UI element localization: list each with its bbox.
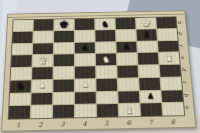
square-c1: ♞ [10, 80, 31, 92]
square-g4 [75, 30, 95, 41]
square-a7 [141, 103, 163, 116]
piece-white-king-h7: ♚ [141, 18, 152, 28]
file-label-e: e [179, 56, 185, 59]
file-label-d: d [181, 68, 187, 71]
square-h6 [116, 18, 136, 29]
square-a1 [9, 106, 31, 119]
file-label-h: h [176, 20, 182, 23]
square-h4 [75, 19, 95, 30]
square-g1 [12, 31, 32, 42]
square-b5 [97, 91, 118, 103]
rank-label-5: 5 [105, 119, 109, 127]
file-label-f: f [178, 44, 184, 46]
square-b2 [31, 92, 52, 105]
piece-black-pawn-f4: ♟ [81, 44, 88, 51]
piece-black-king-h3: ♚ [59, 19, 69, 29]
piece-black-pawn-f6: ♟ [123, 43, 130, 50]
square-c6 [118, 78, 139, 90]
square-f4: ♟ [75, 42, 95, 54]
square-f3 [54, 42, 74, 54]
piece-white-knight-e5: ♞ [102, 55, 110, 64]
rank-label-2: 2 [38, 121, 42, 129]
piece-black-knight-h5: ♞ [101, 20, 109, 28]
square-d7 [138, 65, 159, 77]
piece-white-pawn-c2: ♟ [39, 82, 46, 90]
piece-white-bishop-a6: ♝ [125, 105, 134, 115]
square-f1 [12, 43, 32, 55]
square-e6 [117, 53, 138, 65]
square-c2: ♟ [32, 80, 53, 92]
piece-white-queen-e2: ♛ [38, 56, 48, 66]
square-g6 [116, 29, 136, 40]
piece-black-pawn-b7: ♟ [147, 93, 155, 101]
board-grid: ♚♞♚♝♟♟♛♞♜♞♟♟♟♝ [8, 16, 186, 119]
rank-label-6: 6 [126, 119, 131, 127]
square-b7: ♟ [140, 90, 161, 102]
square-e1 [11, 55, 32, 67]
square-d6 [117, 66, 138, 78]
square-d3 [53, 67, 73, 79]
square-d2 [32, 67, 53, 79]
square-b3 [53, 92, 74, 105]
square-f7 [137, 41, 158, 53]
rank-label-7: 7 [148, 118, 153, 126]
photo-scene: ♚♞♚♝♟♟♛♞♜♞♟♟♟♝ 12345678 abcdefgh [0, 0, 200, 133]
square-h5: ♞ [95, 18, 115, 29]
square-a3 [53, 105, 74, 118]
chess-board: ♚♞♚♝♟♟♛♞♜♞♟♟♟♝ 12345678 abcdefgh [1, 10, 199, 133]
square-h2 [34, 19, 54, 30]
square-e3 [54, 54, 74, 66]
piece-black-knight-c1: ♞ [16, 82, 25, 91]
file-label-c: c [182, 80, 188, 83]
square-h7: ♚ [136, 18, 156, 29]
square-a5 [97, 104, 118, 117]
square-g7: ♝ [137, 29, 157, 40]
square-d1 [11, 68, 32, 80]
rank-label-1: 1 [16, 121, 21, 129]
square-g3 [54, 31, 74, 42]
square-e2: ♛ [32, 55, 52, 67]
piece-black-bishop-g7: ♝ [142, 30, 151, 39]
board-frame: ♚♞♚♝♟♟♛♞♜♞♟♟♟♝ 12345678 abcdefgh [1, 10, 196, 131]
file-label-b: b [183, 93, 189, 96]
rank-label-4: 4 [83, 120, 87, 128]
square-c5 [96, 78, 117, 90]
square-e7 [138, 53, 159, 65]
square-f6: ♟ [116, 41, 136, 53]
square-h3: ♚ [54, 19, 74, 30]
square-b1 [9, 93, 30, 106]
square-f2 [33, 43, 53, 55]
square-c3 [53, 79, 74, 91]
square-h1 [13, 20, 33, 31]
rank-label-3: 3 [60, 120, 64, 128]
square-c4: ♟ [75, 79, 96, 91]
square-g2 [33, 31, 53, 42]
square-e4 [75, 54, 95, 66]
square-a2 [31, 106, 52, 119]
square-f5 [96, 42, 116, 54]
square-c7 [139, 78, 160, 90]
square-d5 [96, 66, 117, 78]
piece-white-pawn-c4: ♟ [82, 81, 89, 89]
square-b4 [75, 92, 96, 104]
square-e5: ♞ [96, 54, 116, 66]
square-a6: ♝ [119, 104, 140, 117]
square-g5 [95, 30, 115, 41]
square-b6 [118, 91, 139, 103]
file-label-a: a [184, 106, 190, 109]
square-d4 [75, 66, 95, 78]
rank-label-8: 8 [170, 118, 175, 126]
file-label-g: g [177, 32, 183, 35]
piece-white-rook-e8: ♜ [165, 54, 174, 63]
square-a4 [75, 105, 96, 118]
